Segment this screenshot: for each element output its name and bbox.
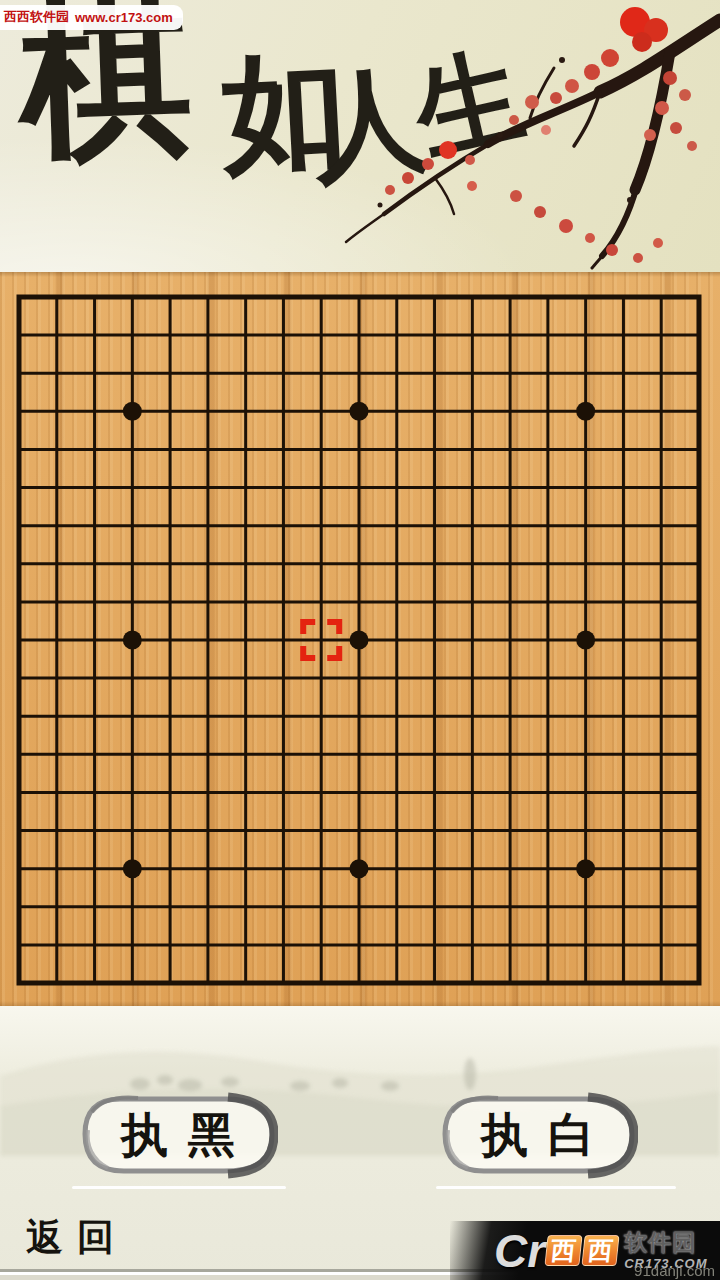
button-reflection-line <box>72 1186 286 1189</box>
play-black-label: 执黑 <box>78 1090 278 1180</box>
play-white-button[interactable]: 执白 <box>438 1090 638 1180</box>
go-board-grid[interactable] <box>0 272 720 1006</box>
plum-blossom-art <box>340 0 720 272</box>
button-reflection-line <box>436 1186 676 1189</box>
watermark-top-url: www.cr173.com <box>75 10 173 25</box>
app-screen: 棋 如 人 生 <box>0 0 720 1280</box>
play-black-button[interactable]: 执黑 <box>78 1090 278 1180</box>
watermark-top-site: 西西软件园 <box>4 8 69 26</box>
watermark-alt-site: 91danji.com <box>634 1262 715 1279</box>
back-button[interactable]: 返回 <box>26 1218 128 1259</box>
watermark-suffix: 软件园 <box>624 1231 707 1254</box>
title-banner: 棋 如 人 生 <box>0 0 720 274</box>
play-white-label: 执白 <box>438 1090 638 1180</box>
watermark-top: 西西软件园 www.cr173.com <box>0 5 183 30</box>
watermark-xixi-box-1: 西 <box>544 1235 582 1266</box>
watermark-cr-logo: Cr <box>494 1228 545 1274</box>
go-board[interactable] <box>0 272 720 1006</box>
watermark-xixi-box-2: 西 <box>581 1235 619 1266</box>
watermark-bottom: Cr 西 西 软件园 CR173.COM 91danji.com <box>450 1221 720 1280</box>
